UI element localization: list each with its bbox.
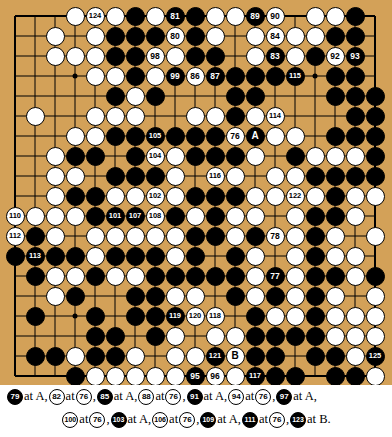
black-stone-117: 117 [246, 367, 265, 386]
white-stone [166, 47, 185, 66]
black-stone [186, 187, 205, 206]
white-stone [286, 47, 305, 66]
white-stone [126, 187, 145, 206]
move-caption: 79 at A,82 at 76,85 at A,88 at 76,91 at … [0, 385, 392, 437]
black-stone [306, 167, 325, 186]
white-stone [246, 287, 265, 306]
white-stone [66, 207, 85, 226]
black-stone [366, 87, 385, 106]
black-stone [326, 67, 345, 86]
caption-stone-76: 76 [76, 389, 92, 405]
black-stone [166, 127, 185, 146]
black-stone [66, 247, 85, 266]
white-stone [106, 267, 125, 286]
white-stone [206, 107, 225, 126]
white-stone [186, 207, 205, 226]
white-stone [146, 7, 165, 26]
caption-stone-76: 76 [89, 412, 105, 428]
white-stone [346, 247, 365, 266]
caption-text: , [286, 412, 289, 427]
white-stone-92: 92 [326, 47, 345, 66]
white-stone [206, 27, 225, 46]
white-stone [286, 127, 305, 146]
black-stone-87: 87 [206, 67, 225, 86]
white-stone [46, 207, 65, 226]
caption-text: at A, [24, 389, 48, 404]
white-stone [226, 327, 245, 346]
black-stone-93: 93 [346, 47, 365, 66]
white-stone [66, 167, 85, 186]
black-stone-A: A [246, 127, 265, 146]
caption-text: at A, [204, 389, 228, 404]
white-stone [46, 187, 65, 206]
white-stone [326, 327, 345, 346]
black-stone [306, 307, 325, 326]
white-stone [266, 127, 285, 146]
white-stone [286, 227, 305, 246]
black-stone [126, 307, 145, 326]
caption-text: at [79, 412, 88, 427]
white-stone [326, 7, 345, 26]
black-stone [186, 247, 205, 266]
white-stone [146, 227, 165, 246]
white-stone [286, 247, 305, 266]
white-stone [306, 27, 325, 46]
black-stone [366, 127, 385, 146]
white-stone [326, 287, 345, 306]
caption-text: , [106, 412, 109, 427]
white-stone [346, 307, 365, 326]
white-stone-B: B [226, 347, 245, 366]
black-stone [326, 167, 345, 186]
black-stone [146, 87, 165, 106]
black-stone [146, 287, 165, 306]
white-stone [166, 287, 185, 306]
caption-stone-111: 111 [242, 412, 258, 428]
black-stone [306, 247, 325, 266]
white-stone [266, 307, 285, 326]
white-stone [346, 267, 365, 286]
white-stone [286, 267, 305, 286]
white-stone [86, 67, 105, 86]
white-stone [206, 327, 225, 346]
white-stone-118: 118 [206, 307, 225, 326]
black-stone [346, 7, 365, 26]
white-stone [166, 187, 185, 206]
black-stone [366, 107, 385, 126]
white-stone [106, 187, 125, 206]
caption-stone-76: 76 [269, 412, 285, 428]
caption-text: at A, [217, 412, 241, 427]
black-stone [26, 267, 45, 286]
black-stone-115: 115 [286, 67, 305, 86]
caption-text: , [196, 412, 199, 427]
white-stone [186, 287, 205, 306]
black-stone [306, 347, 325, 366]
black-stone [106, 327, 125, 346]
caption-text: at A, [128, 412, 152, 427]
white-stone [286, 207, 305, 226]
white-stone [226, 227, 245, 246]
black-stone [26, 307, 45, 326]
white-stone [326, 247, 345, 266]
black-stone [126, 47, 145, 66]
caption-text: at A, [293, 389, 317, 404]
black-stone [226, 187, 245, 206]
caption-text: at B. [307, 412, 331, 427]
white-stone-114: 114 [266, 107, 285, 126]
black-stone [86, 147, 105, 166]
black-stone [346, 127, 365, 146]
white-stone [246, 107, 265, 126]
caption-stone-91: 91 [187, 389, 203, 405]
white-stone [346, 147, 365, 166]
white-stone [106, 367, 125, 386]
black-stone [366, 167, 385, 186]
white-stone [46, 267, 65, 286]
white-stone [166, 327, 185, 346]
white-stone [246, 27, 265, 46]
white-stone [286, 27, 305, 46]
black-stone-95: 95 [186, 367, 205, 386]
black-stone [206, 267, 225, 286]
white-stone-120: 120 [186, 307, 205, 326]
caption-text: at [169, 412, 178, 427]
white-stone [306, 7, 325, 26]
white-stone [86, 247, 105, 266]
white-stone [66, 127, 85, 146]
black-stone [126, 247, 145, 266]
white-stone [246, 207, 265, 226]
caption-stone-100: 100 [62, 412, 78, 428]
white-stone [206, 7, 225, 26]
white-stone [346, 347, 365, 366]
black-stone [326, 87, 345, 106]
black-stone [106, 247, 125, 266]
black-stone-101: 101 [106, 207, 125, 226]
caption-text: , [182, 389, 185, 404]
black-stone [206, 47, 225, 66]
white-stone-124: 124 [86, 7, 105, 26]
black-stone [186, 147, 205, 166]
white-stone [246, 147, 265, 166]
caption-stone-103: 103 [111, 412, 127, 428]
white-stone [46, 47, 65, 66]
white-stone [86, 227, 105, 246]
black-stone [166, 207, 185, 226]
white-stone [226, 167, 245, 186]
white-stone [266, 187, 285, 206]
white-stone [26, 207, 45, 226]
white-stone [126, 107, 145, 126]
white-stone [146, 67, 165, 86]
black-stone [86, 187, 105, 206]
white-stone [246, 187, 265, 206]
white-stone [366, 227, 385, 246]
caption-stone-106: 106 [152, 412, 168, 428]
white-stone [86, 47, 105, 66]
white-stone [166, 227, 185, 246]
black-stone [126, 147, 145, 166]
black-stone [146, 167, 165, 186]
white-stone [366, 327, 385, 346]
black-stone-81: 81 [166, 7, 185, 26]
black-stone [186, 47, 205, 66]
white-stone [126, 267, 145, 286]
black-stone [266, 367, 285, 386]
white-stone [26, 107, 45, 126]
white-stone [366, 287, 385, 306]
black-stone [66, 147, 85, 166]
black-stone [286, 147, 305, 166]
white-stone-96: 96 [206, 367, 225, 386]
caption-stone-85: 85 [97, 389, 113, 405]
white-stone [186, 107, 205, 126]
black-stone [366, 267, 385, 286]
black-stone [246, 307, 265, 326]
black-stone [326, 267, 345, 286]
caption-stone-76: 76 [165, 389, 181, 405]
white-stone [106, 67, 125, 86]
caption-text: at A, [114, 389, 138, 404]
white-stone [126, 87, 145, 106]
black-stone [106, 167, 125, 186]
white-stone-122: 122 [286, 187, 305, 206]
caption-stone-76: 76 [179, 412, 195, 428]
black-stone [126, 67, 145, 86]
black-stone [266, 287, 285, 306]
black-stone [226, 67, 245, 86]
black-stone-113: 113 [26, 247, 45, 266]
black-stone-105: 105 [146, 127, 165, 146]
black-stone [126, 287, 145, 306]
caption-stone-94: 94 [228, 389, 244, 405]
white-stone [326, 147, 345, 166]
black-stone [226, 267, 245, 286]
black-stone [106, 127, 125, 146]
white-stone-108: 108 [146, 207, 165, 226]
caption-stone-123: 123 [290, 412, 306, 428]
go-board[interactable]: 12481899080849883929399868711511410576A1… [0, 0, 392, 385]
white-stone [366, 187, 385, 206]
black-stone [66, 187, 85, 206]
white-stone [66, 347, 85, 366]
white-stone [246, 47, 265, 66]
black-stone [226, 87, 245, 106]
black-stone [226, 247, 245, 266]
caption-stone-79: 79 [7, 389, 23, 405]
black-stone [226, 107, 245, 126]
caption-stone-76: 76 [255, 389, 271, 405]
black-stone [246, 327, 265, 346]
caption-line-2: 100 at 76,103 at A,106 at 76,109 at A,11… [0, 408, 392, 431]
black-stone [186, 267, 205, 286]
black-stone [306, 267, 325, 286]
black-stone [346, 67, 365, 86]
white-stone [286, 307, 305, 326]
white-stone [326, 307, 345, 326]
white-stone [66, 47, 85, 66]
black-stone [146, 327, 165, 346]
black-stone [326, 187, 345, 206]
white-stone [246, 267, 265, 286]
black-stone [106, 87, 125, 106]
black-stone [26, 347, 45, 366]
caption-text: at [155, 389, 164, 404]
black-stone [346, 27, 365, 46]
black-stone-125: 125 [366, 347, 385, 366]
caption-stone-88: 88 [138, 389, 154, 405]
black-stone [166, 267, 185, 286]
black-stone [86, 307, 105, 326]
caption-text: , [272, 389, 275, 404]
white-stone-78: 78 [266, 227, 285, 246]
white-stone [286, 287, 305, 306]
black-stone [86, 347, 105, 366]
black-stone [206, 207, 225, 226]
white-stone-104: 104 [146, 147, 165, 166]
black-stone-107: 107 [126, 207, 145, 226]
white-stone [146, 367, 165, 386]
black-stone [326, 127, 345, 146]
black-stone [306, 227, 325, 246]
white-stone [106, 107, 125, 126]
white-stone [366, 307, 385, 326]
black-stone [286, 367, 305, 386]
white-stone [306, 187, 325, 206]
black-stone [306, 47, 325, 66]
caption-line-1: 79 at A,82 at 76,85 at A,88 at 76,91 at … [0, 385, 392, 408]
black-stone [306, 327, 325, 346]
white-stone [246, 247, 265, 266]
black-stone [146, 27, 165, 46]
white-stone [66, 267, 85, 286]
white-stone [46, 27, 65, 46]
black-stone-83: 83 [266, 47, 285, 66]
black-stone [366, 147, 385, 166]
white-stone-116: 116 [206, 167, 225, 186]
white-stone [226, 207, 245, 226]
black-stone [126, 167, 145, 186]
white-stone [166, 167, 185, 186]
black-stone [146, 247, 165, 266]
black-stone-77: 77 [266, 267, 285, 286]
black-stone [126, 127, 145, 146]
white-stone [86, 27, 105, 46]
caption-stone-109: 109 [200, 412, 216, 428]
black-stone [206, 187, 225, 206]
white-stone [346, 187, 365, 206]
white-stone [166, 247, 185, 266]
white-stone [86, 127, 105, 146]
black-stone [46, 347, 65, 366]
black-stone [126, 27, 145, 46]
black-stone [66, 287, 85, 306]
black-stone [106, 47, 125, 66]
black-stone [206, 147, 225, 166]
black-stone [306, 207, 325, 226]
white-stone [126, 227, 145, 246]
white-stone [266, 167, 285, 186]
caption-stone-97: 97 [276, 389, 292, 405]
white-stone [306, 147, 325, 166]
black-stone [26, 227, 45, 246]
black-stone [86, 267, 105, 286]
black-stone [346, 87, 365, 106]
caption-text: at [245, 389, 254, 404]
white-stone [46, 167, 65, 186]
black-stone [326, 207, 345, 226]
white-stone-86: 86 [186, 67, 205, 86]
star-point [73, 314, 78, 319]
white-stone-102: 102 [146, 187, 165, 206]
white-stone [186, 347, 205, 366]
white-stone [346, 327, 365, 346]
white-stone [166, 347, 185, 366]
black-stone [186, 227, 205, 246]
black-stone-89: 89 [246, 7, 265, 26]
white-stone-84: 84 [266, 27, 285, 46]
black-stone [206, 127, 225, 146]
caption-stone-82: 82 [49, 389, 65, 405]
black-stone [326, 367, 345, 386]
black-stone [146, 307, 165, 326]
white-stone [126, 347, 145, 366]
black-stone [246, 67, 265, 86]
star-point [73, 74, 78, 79]
black-stone [266, 67, 285, 86]
black-stone [286, 327, 305, 346]
black-stone [346, 367, 365, 386]
white-stone-112: 112 [6, 227, 25, 246]
white-stone [166, 147, 185, 166]
white-stone [106, 7, 125, 26]
black-stone [346, 167, 365, 186]
black-stone [126, 7, 145, 26]
caption-text: , [93, 389, 96, 404]
black-stone [206, 227, 225, 246]
white-stone [226, 367, 245, 386]
black-stone-99: 99 [166, 67, 185, 86]
black-stone [66, 367, 85, 386]
black-stone [86, 327, 105, 346]
caption-text: at [259, 412, 268, 427]
white-stone [366, 367, 385, 386]
white-stone [166, 367, 185, 386]
white-stone-110: 110 [6, 207, 25, 226]
black-stone [186, 7, 205, 26]
white-stone [286, 167, 305, 186]
black-stone [186, 127, 205, 146]
black-stone [326, 347, 345, 366]
black-stone [186, 27, 205, 46]
white-stone [126, 367, 145, 386]
white-stone [46, 147, 65, 166]
black-stone [106, 27, 125, 46]
black-stone [146, 267, 165, 286]
black-stone-119: 119 [166, 307, 185, 326]
white-stone [86, 107, 105, 126]
black-stone [226, 147, 245, 166]
white-stone [346, 207, 365, 226]
black-stone [266, 347, 285, 366]
black-stone [106, 347, 125, 366]
black-stone [346, 107, 365, 126]
black-stone [246, 87, 265, 106]
black-stone [246, 227, 265, 246]
white-stone [106, 227, 125, 246]
white-stone [46, 227, 65, 246]
